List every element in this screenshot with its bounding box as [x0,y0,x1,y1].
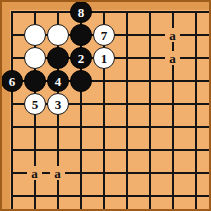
white-stone-3: 3 [47,93,69,115]
white-stone [24,47,46,69]
board-top-margin-shade [0,0,211,10]
black-stone [70,24,92,46]
white-stone [24,24,46,46]
point-label-a-1: a [165,28,180,42]
black-stone-6: 6 [1,70,23,92]
white-stone [47,24,69,46]
grid-vline-1 [11,11,13,209]
white-stone-7: 7 [93,24,115,46]
black-stone-8: 8 [70,1,92,23]
grid-hline-7 [11,149,209,151]
black-stone [47,47,69,69]
grid-vline-7 [149,11,151,209]
white-stone-1: 1 [93,47,115,69]
white-stone-5: 5 [24,93,46,115]
black-stone-4: 4 [47,70,69,92]
point-label-a-4: a [50,166,65,180]
board-left-margin-shade [0,0,10,211]
black-stone [24,70,46,92]
grid-hline-9 [11,195,209,197]
grid-hline-1 [11,11,209,13]
point-label-a-2: a [165,51,180,65]
point-label-a-3: a [27,166,42,180]
black-stone [70,70,92,92]
go-board-diagram: aaaa 87216453 [0,0,211,211]
black-stone-2: 2 [70,47,92,69]
grid-vline-9 [195,11,197,209]
grid-vline-6 [126,11,128,209]
grid-hline-6 [11,126,209,128]
